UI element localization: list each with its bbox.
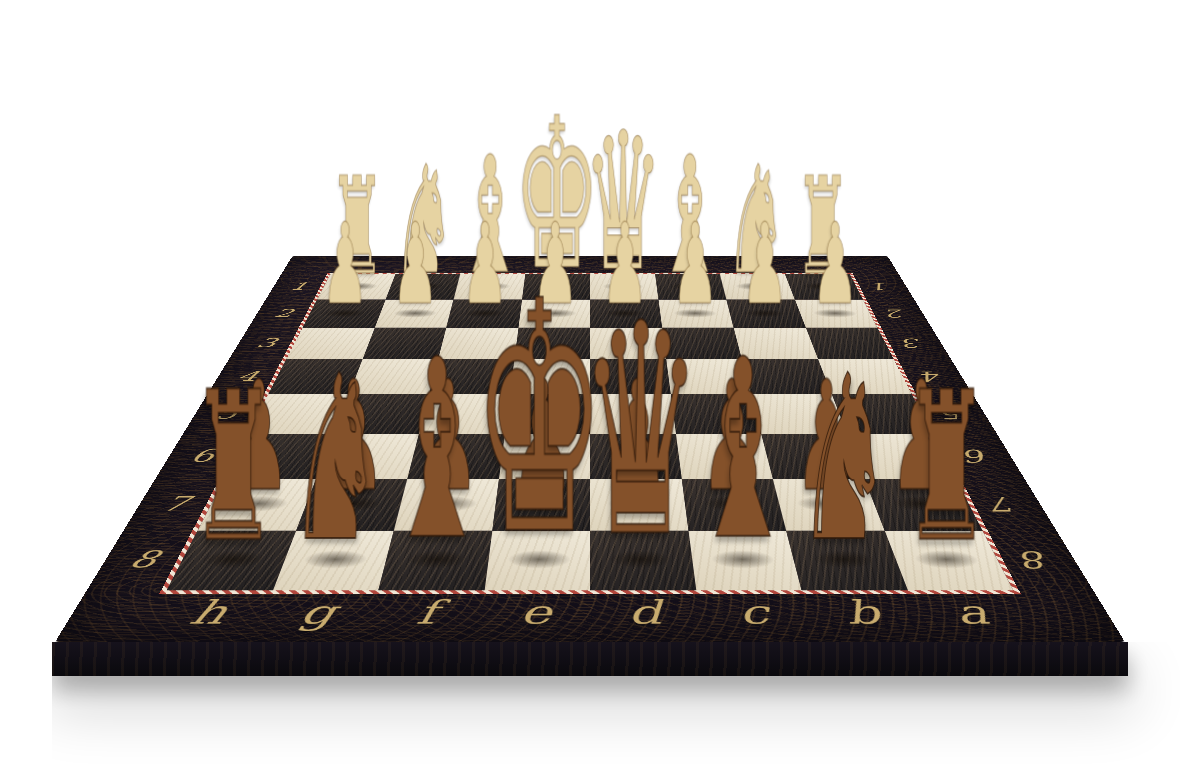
rank-label-right-1: 1: [853, 280, 911, 294]
square-a8[interactable]: ♜: [884, 530, 1013, 590]
square-g8[interactable]: ♞: [273, 530, 394, 590]
square-d8[interactable]: ♛: [590, 530, 696, 590]
square-h2[interactable]: ♟: [303, 299, 386, 327]
black-rook-a8[interactable]: ♜: [903, 365, 989, 571]
square-b8[interactable]: ♞: [786, 530, 907, 590]
white-pawn-b2[interactable]: ♟: [742, 208, 789, 320]
rank-label-right-8: 8: [989, 544, 1084, 576]
file-label-b: b: [802, 594, 923, 633]
file-label-e: e: [479, 594, 590, 633]
rank-label-right-2: 2: [866, 306, 927, 321]
black-rook-h8[interactable]: ♜: [191, 365, 277, 571]
white-pawn-a2[interactable]: ♟: [811, 208, 858, 320]
file-label-c: c: [696, 594, 812, 633]
rank-label-left-2: 2: [253, 306, 314, 321]
playing-area: ♜♞♝♚♛♝♞♜♟♟♟♟♟♟♟♟♟♟♟♟♟♟♟♟♜♞♝♚♛♝♞♜: [159, 273, 1020, 594]
black-knight-b8[interactable]: ♞: [797, 345, 892, 573]
square-e8[interactable]: ♚: [484, 530, 590, 590]
black-knight-g8[interactable]: ♞: [288, 345, 383, 573]
file-label-d: d: [590, 594, 701, 633]
black-queen-d8[interactable]: ♛: [580, 285, 702, 577]
white-pawn-h2[interactable]: ♟: [322, 208, 369, 320]
rank-label-left-1: 1: [270, 280, 328, 294]
file-label-a: a: [909, 594, 1035, 633]
board-scene: ♜♞♝♚♛♝♞♜♟♟♟♟♟♟♟♟♟♟♟♟♟♟♟♟♜♞♝♚♛♝♞♜ 1234567…: [55, 0, 1125, 642]
file-label-g: g: [256, 594, 377, 633]
file-label-h: h: [145, 594, 271, 633]
white-pawn-g2[interactable]: ♟: [392, 208, 439, 320]
chess-set-photo: ♜♞♝♚♛♝♞♜♟♟♟♟♟♟♟♟♟♟♟♟♟♟♟♟♜♞♝♚♛♝♞♜ 1234567…: [0, 0, 1180, 780]
board-front-edge: [52, 642, 1128, 676]
file-label-f: f: [367, 594, 483, 633]
black-bishop-c8[interactable]: ♝: [691, 327, 794, 574]
chess-board: ♜♞♝♚♛♝♞♜♟♟♟♟♟♟♟♟♟♟♟♟♟♟♟♟♜♞♝♚♛♝♞♜ 1234567…: [55, 256, 1125, 642]
square-c8[interactable]: ♝: [688, 530, 802, 590]
square-a2[interactable]: ♟: [795, 299, 878, 327]
